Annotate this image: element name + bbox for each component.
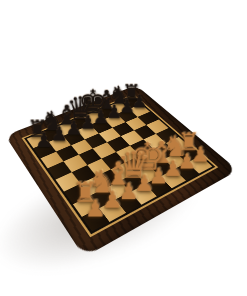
chess-set-product-photo: ♜♞♝♛♚♝♞♜♟♟♟♟♟♟♟♟♜♞♝♛♚♝♞♜♟♟♟♟♟♟♟♟ (0, 0, 247, 296)
board-grid: ♜♞♝♛♚♝♞♜♟♟♟♟♟♟♟♟♜♞♝♛♚♝♞♜♟♟♟♟♟♟♟♟ (27, 97, 213, 232)
piece-black-pawn: ♟ (23, 131, 67, 150)
chessboard: ♜♞♝♛♚♝♞♜♟♟♟♟♟♟♟♟♜♞♝♛♚♝♞♜♟♟♟♟♟♟♟♟ (5, 85, 238, 257)
square-a1: ♟ (82, 208, 109, 231)
piece-white-pawn: ♟ (69, 197, 121, 220)
board-inner-border: ♜♞♝♛♚♝♞♜♟♟♟♟♟♟♟♟♜♞♝♛♚♝♞♜♟♟♟♟♟♟♟♟ (22, 94, 219, 237)
square-a7: ♟ (33, 142, 55, 158)
chessboard-scene: ♜♞♝♛♚♝♞♜♟♟♟♟♟♟♟♟♜♞♝♛♚♝♞♜♟♟♟♟♟♟♟♟ (0, 0, 247, 296)
